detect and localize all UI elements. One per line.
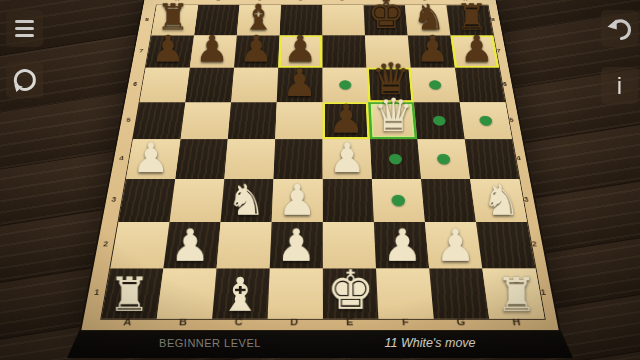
black-king-f8: ♚ (368, 0, 405, 35)
black-pawn-d6: ♟ (282, 63, 316, 101)
game-screen: ABCDEFGH ABCDEFGH 87654321 87654321 ♜♝♚♞… (0, 0, 640, 360)
square-f4[interactable] (370, 139, 421, 179)
square-c1[interactable]: ♝ (212, 268, 270, 318)
square-g8[interactable]: ♞ (405, 5, 451, 35)
white-pawn-g2: ♟ (435, 223, 475, 268)
square-d1[interactable] (268, 268, 323, 318)
black-pawn-b7: ♟ (195, 30, 228, 67)
info-icon: i (617, 74, 622, 98)
square-d7[interactable]: ♟ (278, 35, 322, 67)
square-d5[interactable] (275, 102, 322, 139)
difficulty-label: BEGINNER LEVEL (150, 337, 270, 349)
square-d8[interactable] (280, 5, 323, 35)
white-pawn-e4: ♟ (329, 137, 366, 178)
square-d6[interactable]: ♟ (277, 68, 323, 103)
black-rook-h8: ♜ (455, 0, 487, 35)
board-front-face: BEGINNER LEVEL 11 White's move (67, 331, 573, 358)
square-a6[interactable] (140, 68, 190, 103)
square-f2[interactable]: ♟ (374, 222, 429, 268)
white-rook-a1: ♜ (108, 271, 150, 318)
square-c5[interactable] (228, 102, 277, 139)
square-a2[interactable] (110, 222, 169, 268)
square-a7[interactable]: ♟ (146, 35, 194, 67)
restart-button[interactable] (6, 61, 43, 98)
white-bishop-c1: ♝ (219, 271, 261, 318)
black-knight-g8: ♞ (413, 0, 445, 35)
black-pawn-g7: ♟ (416, 30, 449, 67)
square-e7[interactable] (322, 35, 366, 67)
square-b4[interactable] (175, 139, 228, 179)
square-g4[interactable] (417, 139, 470, 179)
white-pawn-a4: ♟ (132, 137, 169, 178)
legal-move-dot[interactable] (389, 154, 403, 165)
restart-circular-arrow-icon (12, 67, 38, 93)
white-rook-h1: ♜ (496, 271, 538, 318)
menu-button[interactable] (6, 10, 43, 47)
white-knight-h3: ♞ (482, 178, 521, 221)
square-c8[interactable]: ♝ (237, 5, 281, 35)
square-g7[interactable]: ♟ (408, 35, 455, 67)
white-knight-c3: ♞ (227, 178, 266, 221)
square-d3[interactable]: ♟ (272, 179, 323, 222)
square-d4[interactable] (273, 139, 322, 179)
square-c7[interactable]: ♟ (234, 35, 280, 67)
legal-move-dot[interactable] (479, 116, 493, 126)
black-pawn-h7: ♟ (460, 30, 493, 67)
legal-move-dot[interactable] (437, 154, 451, 165)
white-pawn-f2: ♟ (382, 223, 422, 268)
square-e8[interactable] (322, 5, 365, 35)
square-f3[interactable] (372, 179, 425, 222)
square-e5[interactable]: ♟ (322, 102, 369, 139)
square-b3[interactable] (170, 179, 225, 222)
black-pawn-e5: ♟ (328, 99, 364, 139)
square-a8[interactable]: ♜ (151, 5, 198, 35)
square-c6[interactable] (231, 68, 278, 103)
square-b7[interactable]: ♟ (190, 35, 237, 67)
square-b1[interactable] (157, 268, 217, 318)
square-h1[interactable]: ♜ (482, 268, 544, 318)
undo-curved-arrow-icon (607, 16, 633, 42)
black-pawn-a7: ♟ (151, 30, 184, 67)
square-f6[interactable]: ♛ (367, 68, 414, 103)
legal-move-dot[interactable] (391, 195, 405, 207)
square-h5[interactable] (460, 102, 512, 139)
square-b2[interactable]: ♟ (163, 222, 220, 268)
square-c4[interactable] (224, 139, 275, 179)
square-b5[interactable] (180, 102, 231, 139)
white-pawn-d3: ♟ (278, 178, 316, 221)
square-a5[interactable] (133, 102, 185, 139)
square-b6[interactable] (185, 68, 234, 103)
square-h4[interactable] (465, 139, 520, 179)
square-a3[interactable] (118, 179, 175, 222)
undo-button[interactable] (601, 10, 638, 47)
hamburger-icon (15, 20, 34, 37)
square-d2[interactable]: ♟ (270, 222, 323, 268)
square-c2[interactable] (217, 222, 272, 268)
board-squares: ♜♝♚♞♜♟♟♟♟♟♟♟♛♟♛♟♟♞♟♞♟♟♟♟♜♝♚♜ (100, 5, 546, 320)
legal-move-dot[interactable] (433, 116, 447, 126)
white-king-e1: ♚ (327, 264, 375, 318)
white-pawn-b2: ♟ (170, 223, 210, 268)
square-a1[interactable]: ♜ (101, 268, 163, 318)
legal-move-dot[interactable] (339, 80, 351, 89)
black-bishop-c8: ♝ (242, 0, 274, 35)
square-a4[interactable]: ♟ (126, 139, 180, 179)
square-e1[interactable]: ♚ (323, 268, 379, 318)
chessboard-scene: ABCDEFGH ABCDEFGH 87654321 87654321 ♜♝♚♞… (0, 0, 640, 360)
square-g1[interactable] (429, 268, 489, 318)
square-g6[interactable] (411, 68, 460, 103)
square-e4[interactable]: ♟ (323, 139, 372, 179)
square-f1[interactable] (376, 268, 434, 318)
square-g2[interactable]: ♟ (425, 222, 482, 268)
square-f7[interactable] (365, 35, 411, 67)
square-g3[interactable] (421, 179, 476, 222)
square-f8[interactable]: ♚ (364, 5, 408, 35)
move-indicator: 11 White's move (350, 336, 510, 350)
square-b8[interactable] (194, 5, 239, 35)
square-f5[interactable]: ♛ (368, 102, 417, 139)
legal-move-dot[interactable] (429, 80, 442, 89)
info-button[interactable]: i (601, 67, 638, 104)
square-h3[interactable]: ♞ (470, 179, 527, 222)
square-e6[interactable] (322, 68, 368, 103)
chessboard: ABCDEFGH ABCDEFGH 87654321 87654321 ♜♝♚♞… (79, 0, 561, 332)
square-e3[interactable] (323, 179, 374, 222)
square-g5[interactable] (414, 102, 465, 139)
square-h2[interactable] (476, 222, 535, 268)
black-pawn-c7: ♟ (240, 30, 273, 67)
square-h7[interactable]: ♟ (450, 35, 499, 67)
white-pawn-d2: ♟ (276, 223, 316, 268)
square-h8[interactable]: ♜ (446, 5, 493, 35)
black-pawn-d7: ♟ (284, 30, 317, 67)
square-e2[interactable] (323, 222, 376, 268)
black-rook-a8: ♜ (157, 0, 189, 35)
square-c3[interactable]: ♞ (221, 179, 274, 222)
square-h6[interactable] (455, 68, 505, 103)
